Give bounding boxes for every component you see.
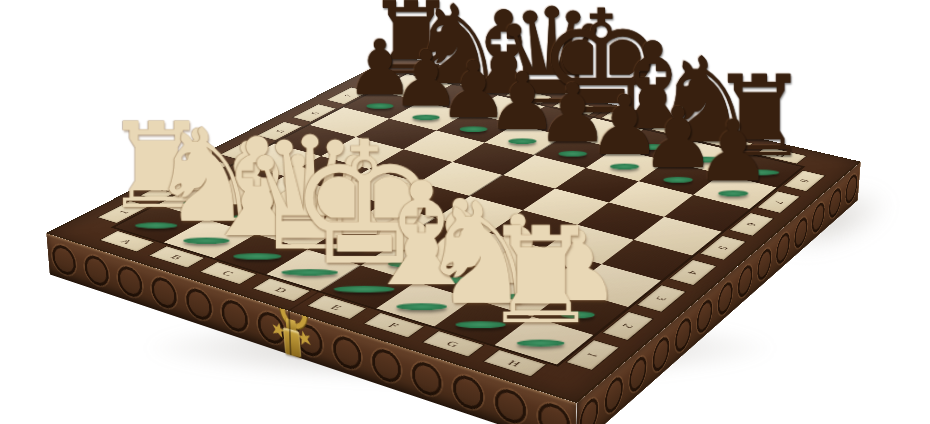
board-surface: ABCDEFGH ABCDEFGH 87654321 87654321 ♜♞♝♛… xyxy=(46,55,861,403)
coordinate-label: 8 xyxy=(797,178,811,183)
coordinate-label: D xyxy=(570,105,583,110)
coordinate-label: G xyxy=(721,140,734,146)
product-photo-scene: ABCDEFGH ABCDEFGH 87654321 87654321 ♜♞♝♛… xyxy=(0,0,930,424)
coordinate-label: H xyxy=(774,152,787,158)
clasp-latch xyxy=(283,327,302,357)
coordinate-label: B xyxy=(476,83,489,88)
coordinate-label: C xyxy=(523,94,536,99)
rook-glyph: ♜ xyxy=(467,210,614,343)
piece-stand: ♜ xyxy=(467,210,614,343)
coordinate-label: 8 xyxy=(373,77,385,81)
chess-board: ABCDEFGH ABCDEFGH 87654321 87654321 ♜♞♝♛… xyxy=(46,55,861,403)
coordinate-label: F xyxy=(670,128,682,133)
coordinate-label: E xyxy=(619,116,631,121)
coordinate-label: A xyxy=(431,72,444,77)
brass-clasp-icon[interactable] xyxy=(270,289,312,363)
coordinate-label: 7 xyxy=(341,94,354,98)
